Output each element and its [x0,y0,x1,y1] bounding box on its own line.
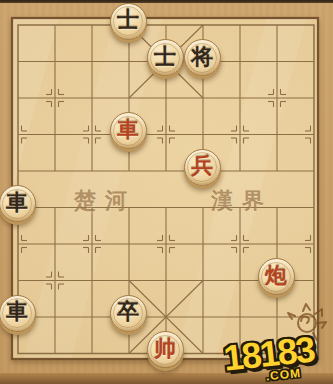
piece-black-chariot[interactable]: 車 [0,185,36,222]
piece-black-chariot[interactable]: 車 [0,295,36,332]
piece-red-cannon[interactable]: 炮 [258,258,295,295]
piece-glyph: 車 [117,119,139,141]
xiangqi-app: 楚河 漢界 士士将車兵車炮車卒帅 18183 .COM [0,0,333,384]
piece-red-soldier[interactable]: 兵 [184,149,221,186]
piece-glyph: 士 [154,46,176,68]
piece-red-general[interactable]: 帅 [147,331,184,368]
piece-glyph: 車 [6,301,28,323]
piece-glyph: 卒 [117,301,139,323]
piece-glyph: 士 [117,9,139,31]
piece-glyph: 炮 [265,265,287,287]
piece-black-general[interactable]: 将 [184,39,221,76]
piece-glyph: 将 [191,46,213,68]
sun-doodle-icon [281,301,333,345]
piece-black-advisor[interactable]: 士 [110,3,147,40]
piece-glyph: 兵 [191,155,213,177]
river-label-right: 漢界 [211,186,273,216]
piece-black-soldier[interactable]: 卒 [110,295,147,332]
piece-glyph: 帅 [154,338,176,360]
river-label-left: 楚河 [74,186,136,216]
piece-red-chariot[interactable]: 車 [110,112,147,149]
piece-black-advisor[interactable]: 士 [147,39,184,76]
piece-glyph: 車 [6,192,28,214]
